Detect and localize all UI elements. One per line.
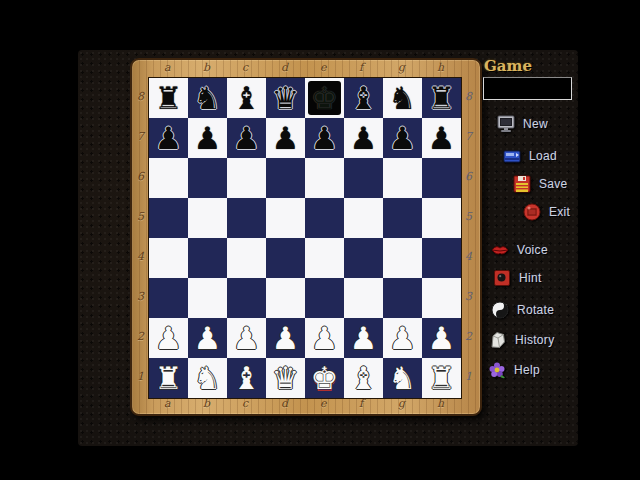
square-g3[interactable] [383, 278, 422, 318]
square-c3[interactable] [227, 278, 266, 318]
history-button-label: History [515, 333, 554, 347]
file-label-bottom-a: a [164, 397, 171, 410]
square-e2[interactable]: ♟ [305, 318, 344, 358]
file-label-top-g: g [398, 61, 405, 74]
square-c6[interactable] [227, 158, 266, 198]
rank-label-right-3: 3 [465, 290, 472, 303]
square-h8[interactable]: ♜ [422, 78, 461, 118]
square-g5[interactable] [383, 198, 422, 238]
black-king-e8[interactable]: ♚ [311, 78, 339, 118]
square-f2[interactable]: ♟ [344, 318, 383, 358]
white-queen-d1[interactable]: ♛ [272, 358, 300, 398]
rank-label-right-4: 4 [465, 250, 472, 263]
square-a2[interactable]: ♟ [149, 318, 188, 358]
square-d2[interactable]: ♟ [266, 318, 305, 358]
square-c8[interactable]: ♝ [227, 78, 266, 118]
square-c5[interactable] [227, 198, 266, 238]
rank-label-left-5: 5 [137, 210, 144, 223]
square-e4[interactable] [305, 238, 344, 278]
history-button[interactable]: History [488, 330, 554, 350]
white-bishop-c1[interactable]: ♝ [233, 358, 261, 398]
square-b2[interactable]: ♟ [188, 318, 227, 358]
square-f8[interactable]: ♝ [344, 78, 383, 118]
file-label-bottom-d: d [281, 397, 288, 410]
game-status-box [483, 77, 572, 100]
file-label-top-a: a [164, 61, 171, 74]
file-label-top-c: c [242, 61, 248, 74]
file-label-top-e: e [320, 61, 327, 74]
file-label-top-b: b [203, 61, 210, 74]
white-bishop-f1[interactable]: ♝ [350, 358, 378, 398]
chess-board-frame: ♜♞♝♛♚♝♞♜♟♟♟♟♟♟♟♟♟♟♟♟♟♟♟♟♜♞♝♛♚♝♞♜ aabbccd… [130, 58, 482, 416]
black-pawn-f7[interactable]: ♟ [350, 118, 378, 158]
help-button[interactable]: Help [487, 360, 540, 380]
black-pawn-c7[interactable]: ♟ [233, 118, 261, 158]
black-queen-d8[interactable]: ♛ [272, 78, 300, 118]
file-label-top-d: d [281, 61, 288, 74]
load-button-label: Load [529, 149, 557, 163]
square-a7[interactable]: ♟ [149, 118, 188, 158]
disk-drive-icon [502, 146, 522, 166]
square-b6[interactable] [188, 158, 227, 198]
switch-icon [492, 268, 512, 288]
square-h2[interactable]: ♟ [422, 318, 461, 358]
white-king-e1[interactable]: ♚ [311, 358, 339, 398]
black-pawn-g7[interactable]: ♟ [389, 118, 417, 158]
square-f4[interactable] [344, 238, 383, 278]
square-c1[interactable]: ♝ [227, 358, 266, 398]
white-pawn-d2[interactable]: ♟ [272, 318, 300, 358]
file-label-bottom-e: e [320, 397, 327, 410]
square-c4[interactable] [227, 238, 266, 278]
square-g8[interactable]: ♞ [383, 78, 422, 118]
rank-label-right-1: 1 [465, 370, 472, 383]
square-f6[interactable] [344, 158, 383, 198]
monitor-icon [496, 114, 516, 134]
square-h1[interactable]: ♜ [422, 358, 461, 398]
file-label-bottom-c: c [242, 397, 248, 410]
rank-label-left-1: 1 [137, 370, 144, 383]
file-label-top-h: h [437, 61, 444, 74]
square-e3[interactable] [305, 278, 344, 318]
square-a1[interactable]: ♜ [149, 358, 188, 398]
rank-label-right-8: 8 [465, 90, 472, 103]
black-rook-a8[interactable]: ♜ [155, 78, 183, 118]
lips-icon [490, 240, 510, 260]
file-label-bottom-f: f [359, 397, 363, 410]
hint-button-label: Hint [519, 271, 542, 285]
square-b1[interactable]: ♞ [188, 358, 227, 398]
rank-label-right-5: 5 [465, 210, 472, 223]
white-pawn-f2[interactable]: ♟ [350, 318, 378, 358]
square-a3[interactable] [149, 278, 188, 318]
square-g4[interactable] [383, 238, 422, 278]
square-d6[interactable] [266, 158, 305, 198]
chess-board: ♜♞♝♛♚♝♞♜♟♟♟♟♟♟♟♟♟♟♟♟♟♟♟♟♜♞♝♛♚♝♞♜ [148, 77, 462, 399]
square-f5[interactable] [344, 198, 383, 238]
square-f1[interactable]: ♝ [344, 358, 383, 398]
square-d8[interactable]: ♛ [266, 78, 305, 118]
black-pawn-d7[interactable]: ♟ [272, 118, 300, 158]
square-b8[interactable]: ♞ [188, 78, 227, 118]
file-label-bottom-h: h [437, 397, 444, 410]
square-d1[interactable]: ♛ [266, 358, 305, 398]
square-h6[interactable] [422, 158, 461, 198]
square-a5[interactable] [149, 198, 188, 238]
square-b7[interactable]: ♟ [188, 118, 227, 158]
black-pawn-h7[interactable]: ♟ [428, 118, 456, 158]
square-d5[interactable] [266, 198, 305, 238]
black-pawn-e7[interactable]: ♟ [311, 118, 339, 158]
file-label-bottom-g: g [398, 397, 405, 410]
square-e6[interactable] [305, 158, 344, 198]
white-pawn-c2[interactable]: ♟ [233, 318, 261, 358]
square-e5[interactable] [305, 198, 344, 238]
black-knight-g8[interactable]: ♞ [389, 78, 417, 118]
rank-label-right-2: 2 [465, 330, 472, 343]
black-bishop-f8[interactable]: ♝ [350, 78, 378, 118]
rank-label-left-4: 4 [137, 250, 144, 263]
rank-label-left-7: 7 [137, 130, 144, 143]
rank-label-left-2: 2 [137, 330, 144, 343]
square-h5[interactable] [422, 198, 461, 238]
rank-label-left-6: 6 [137, 170, 144, 183]
square-h4[interactable] [422, 238, 461, 278]
square-e8[interactable]: ♚ [305, 78, 344, 118]
square-b3[interactable] [188, 278, 227, 318]
white-rook-h1[interactable]: ♜ [428, 358, 456, 398]
square-h3[interactable] [422, 278, 461, 318]
white-rook-a1[interactable]: ♜ [155, 358, 183, 398]
black-pawn-a7[interactable]: ♟ [155, 118, 183, 158]
black-knight-b8[interactable]: ♞ [194, 78, 222, 118]
flower-icon [487, 360, 507, 380]
square-e7[interactable]: ♟ [305, 118, 344, 158]
exit-button-icon [522, 202, 542, 222]
square-a8[interactable]: ♜ [149, 78, 188, 118]
white-pawn-g2[interactable]: ♟ [389, 318, 417, 358]
rotate-button[interactable]: Rotate [490, 300, 554, 320]
help-button-label: Help [514, 363, 540, 377]
voice-button-label: Voice [517, 243, 548, 257]
yin-yang-icon [490, 300, 510, 320]
paper-scroll-icon [488, 330, 508, 350]
square-e1[interactable]: ♚ [305, 358, 344, 398]
square-h7[interactable]: ♟ [422, 118, 461, 158]
square-g2[interactable]: ♟ [383, 318, 422, 358]
rank-label-left-3: 3 [137, 290, 144, 303]
voice-button[interactable]: Voice [490, 240, 548, 260]
file-label-bottom-b: b [203, 397, 210, 410]
rotate-button-label: Rotate [517, 303, 554, 317]
app-window: ♜♞♝♛♚♝♞♜♟♟♟♟♟♟♟♟♟♟♟♟♟♟♟♟♜♞♝♛♚♝♞♜ aabbccd… [0, 0, 640, 480]
black-bishop-c8[interactable]: ♝ [233, 78, 261, 118]
white-knight-b1[interactable]: ♞ [194, 358, 222, 398]
white-pawn-b2[interactable]: ♟ [194, 318, 222, 358]
square-d3[interactable] [266, 278, 305, 318]
square-d4[interactable] [266, 238, 305, 278]
file-label-top-f: f [359, 61, 363, 74]
square-a4[interactable] [149, 238, 188, 278]
square-c7[interactable]: ♟ [227, 118, 266, 158]
new-button[interactable]: New [496, 114, 548, 134]
white-pawn-e2[interactable]: ♟ [311, 318, 339, 358]
square-f3[interactable] [344, 278, 383, 318]
hint-button[interactable]: Hint [492, 268, 542, 288]
square-a6[interactable] [149, 158, 188, 198]
square-b4[interactable] [188, 238, 227, 278]
rank-label-right-6: 6 [465, 170, 472, 183]
white-pawn-h2[interactable]: ♟ [428, 318, 456, 358]
white-knight-g1[interactable]: ♞ [389, 358, 417, 398]
exit-button[interactable]: Exit [522, 202, 570, 222]
square-c2[interactable]: ♟ [227, 318, 266, 358]
square-g7[interactable]: ♟ [383, 118, 422, 158]
black-rook-h8[interactable]: ♜ [428, 78, 456, 118]
square-g1[interactable]: ♞ [383, 358, 422, 398]
black-pawn-b7[interactable]: ♟ [194, 118, 222, 158]
save-button-label: Save [539, 177, 568, 191]
square-d7[interactable]: ♟ [266, 118, 305, 158]
white-pawn-a2[interactable]: ♟ [155, 318, 183, 358]
square-b5[interactable] [188, 198, 227, 238]
exit-button-label: Exit [549, 205, 570, 219]
square-f7[interactable]: ♟ [344, 118, 383, 158]
rank-label-right-7: 7 [465, 130, 472, 143]
square-g6[interactable] [383, 158, 422, 198]
load-button[interactable]: Load [502, 146, 557, 166]
new-button-label: New [523, 117, 548, 131]
rank-label-left-8: 8 [137, 90, 144, 103]
save-button[interactable]: Save [512, 174, 568, 194]
floppy-disk-icon [512, 174, 532, 194]
